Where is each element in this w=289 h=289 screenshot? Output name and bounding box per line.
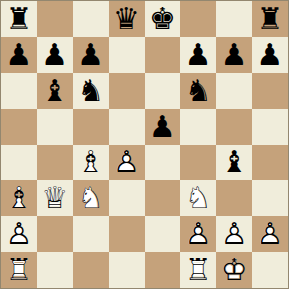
piece-white-pawn[interactable]: ♟♙ xyxy=(1,216,37,252)
square-f6[interactable]: ♞ xyxy=(180,73,216,109)
square-c2[interactable] xyxy=(73,216,109,252)
square-a6[interactable] xyxy=(1,73,37,109)
square-c6[interactable]: ♞ xyxy=(73,73,109,109)
square-b6[interactable]: ♝ xyxy=(37,73,73,109)
square-c5[interactable] xyxy=(73,109,109,145)
square-e7[interactable] xyxy=(145,37,181,73)
piece-white-pawn[interactable]: ♟♙ xyxy=(180,216,216,252)
piece-black-knight[interactable]: ♞ xyxy=(73,73,109,109)
piece-black-pawn[interactable]: ♟ xyxy=(1,37,37,73)
square-c7[interactable]: ♟ xyxy=(73,37,109,73)
piece-glyph-outline: ♖ xyxy=(180,252,216,288)
square-d1[interactable] xyxy=(109,252,145,288)
square-e5[interactable]: ♟ xyxy=(145,109,181,145)
square-g3[interactable] xyxy=(216,180,252,216)
piece-black-rook[interactable]: ♜ xyxy=(252,1,288,37)
square-h2[interactable]: ♟♙ xyxy=(252,216,288,252)
piece-glyph: ♟ xyxy=(37,37,73,73)
piece-glyph: ♝ xyxy=(37,73,73,109)
square-c3[interactable]: ♞♘ xyxy=(73,180,109,216)
piece-black-knight[interactable]: ♞ xyxy=(180,73,216,109)
square-h1[interactable] xyxy=(252,252,288,288)
square-g8[interactable] xyxy=(216,1,252,37)
square-f5[interactable] xyxy=(180,109,216,145)
piece-white-queen[interactable]: ♛♕ xyxy=(37,180,73,216)
square-g5[interactable] xyxy=(216,109,252,145)
square-b5[interactable] xyxy=(37,109,73,145)
square-b2[interactable] xyxy=(37,216,73,252)
square-d8[interactable]: ♛ xyxy=(109,1,145,37)
square-e6[interactable] xyxy=(145,73,181,109)
piece-glyph: ♟ xyxy=(1,37,37,73)
piece-glyph-outline: ♙ xyxy=(109,145,145,181)
piece-glyph: ♝ xyxy=(216,145,252,181)
piece-glyph: ♜ xyxy=(1,1,37,37)
piece-black-bishop[interactable]: ♝ xyxy=(216,145,252,181)
square-a7[interactable]: ♟ xyxy=(1,37,37,73)
piece-white-knight[interactable]: ♞♘ xyxy=(180,180,216,216)
square-d4[interactable]: ♟♙ xyxy=(109,145,145,181)
piece-black-pawn[interactable]: ♟ xyxy=(180,37,216,73)
square-b1[interactable] xyxy=(37,252,73,288)
square-h4[interactable] xyxy=(252,145,288,181)
square-g6[interactable] xyxy=(216,73,252,109)
square-h5[interactable] xyxy=(252,109,288,145)
square-f2[interactable]: ♟♙ xyxy=(180,216,216,252)
square-d6[interactable] xyxy=(109,73,145,109)
square-h3[interactable] xyxy=(252,180,288,216)
piece-white-bishop[interactable]: ♝♗ xyxy=(73,145,109,181)
piece-glyph-outline: ♗ xyxy=(1,180,37,216)
square-e4[interactable] xyxy=(145,145,181,181)
square-f7[interactable]: ♟ xyxy=(180,37,216,73)
piece-black-bishop[interactable]: ♝ xyxy=(37,73,73,109)
piece-glyph-outline: ♖ xyxy=(1,252,37,288)
piece-glyph: ♟ xyxy=(180,37,216,73)
square-a2[interactable]: ♟♙ xyxy=(1,216,37,252)
square-c8[interactable] xyxy=(73,1,109,37)
square-h8[interactable]: ♜ xyxy=(252,1,288,37)
square-f3[interactable]: ♞♘ xyxy=(180,180,216,216)
square-c1[interactable] xyxy=(73,252,109,288)
piece-glyph-outline: ♙ xyxy=(180,216,216,252)
piece-white-rook[interactable]: ♜♖ xyxy=(1,252,37,288)
piece-black-pawn[interactable]: ♟ xyxy=(252,37,288,73)
piece-black-pawn[interactable]: ♟ xyxy=(216,37,252,73)
piece-glyph-outline: ♙ xyxy=(1,216,37,252)
square-d2[interactable] xyxy=(109,216,145,252)
square-c4[interactable]: ♝♗ xyxy=(73,145,109,181)
piece-white-knight[interactable]: ♞♘ xyxy=(73,180,109,216)
piece-glyph: ♚ xyxy=(145,1,181,37)
chess-board: ♜♛♚♜♟♟♟♟♟♟♝♞♞♟♝♗♟♙♝♝♗♛♕♞♘♞♘♟♙♟♙♟♙♟♙♜♖♜♖♚… xyxy=(0,0,289,289)
square-b8[interactable] xyxy=(37,1,73,37)
piece-glyph: ♟ xyxy=(145,109,181,145)
square-e2[interactable] xyxy=(145,216,181,252)
square-f1[interactable]: ♜♖ xyxy=(180,252,216,288)
square-e3[interactable] xyxy=(145,180,181,216)
square-d3[interactable] xyxy=(109,180,145,216)
square-a8[interactable]: ♜ xyxy=(1,1,37,37)
square-a3[interactable]: ♝♗ xyxy=(1,180,37,216)
piece-glyph-outline: ♙ xyxy=(216,216,252,252)
square-d5[interactable] xyxy=(109,109,145,145)
piece-glyph-outline: ♘ xyxy=(180,180,216,216)
square-b4[interactable] xyxy=(37,145,73,181)
piece-white-pawn[interactable]: ♟♙ xyxy=(216,216,252,252)
piece-glyph: ♜ xyxy=(252,1,288,37)
square-b3[interactable]: ♛♕ xyxy=(37,180,73,216)
piece-white-bishop[interactable]: ♝♗ xyxy=(1,180,37,216)
piece-glyph: ♞ xyxy=(180,73,216,109)
square-b7[interactable]: ♟ xyxy=(37,37,73,73)
square-f4[interactable] xyxy=(180,145,216,181)
piece-glyph-outline: ♔ xyxy=(216,252,252,288)
piece-black-pawn[interactable]: ♟ xyxy=(145,109,181,145)
square-f8[interactable] xyxy=(180,1,216,37)
square-g7[interactable]: ♟ xyxy=(216,37,252,73)
square-e1[interactable] xyxy=(145,252,181,288)
piece-white-rook[interactable]: ♜♖ xyxy=(180,252,216,288)
square-a5[interactable] xyxy=(1,109,37,145)
piece-black-king[interactable]: ♚ xyxy=(145,1,181,37)
square-e8[interactable]: ♚ xyxy=(145,1,181,37)
square-g1[interactable]: ♚♔ xyxy=(216,252,252,288)
piece-glyph: ♟ xyxy=(73,37,109,73)
square-g2[interactable]: ♟♙ xyxy=(216,216,252,252)
piece-glyph-outline: ♗ xyxy=(73,145,109,181)
piece-glyph-outline: ♘ xyxy=(73,180,109,216)
piece-black-pawn[interactable]: ♟ xyxy=(37,37,73,73)
piece-glyph: ♛ xyxy=(109,1,145,37)
square-g4[interactable]: ♝ xyxy=(216,145,252,181)
square-d7[interactable] xyxy=(109,37,145,73)
piece-glyph: ♟ xyxy=(252,37,288,73)
piece-white-king[interactable]: ♚♔ xyxy=(216,252,252,288)
piece-white-pawn[interactable]: ♟♙ xyxy=(252,216,288,252)
piece-glyph-outline: ♕ xyxy=(37,180,73,216)
square-a1[interactable]: ♜♖ xyxy=(1,252,37,288)
piece-black-queen[interactable]: ♛ xyxy=(109,1,145,37)
piece-black-rook[interactable]: ♜ xyxy=(1,1,37,37)
square-h6[interactable] xyxy=(252,73,288,109)
piece-white-pawn[interactable]: ♟♙ xyxy=(109,145,145,181)
piece-glyph-outline: ♙ xyxy=(252,216,288,252)
piece-glyph: ♞ xyxy=(73,73,109,109)
square-a4[interactable] xyxy=(1,145,37,181)
piece-black-pawn[interactable]: ♟ xyxy=(73,37,109,73)
square-h7[interactable]: ♟ xyxy=(252,37,288,73)
piece-glyph: ♟ xyxy=(216,37,252,73)
